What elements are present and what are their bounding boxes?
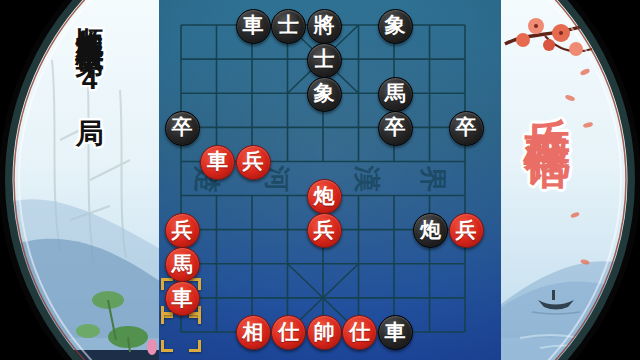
piece-glyph: 車 bbox=[385, 318, 406, 346]
piece-glyph: 卒 bbox=[172, 113, 193, 141]
scene: 楚 河 漢 界 車士將象士象馬卒卒卒車兵炮兵兵炮兵馬車相仕帥仕車 顺炮直車破横車… bbox=[0, 0, 640, 360]
piece-red-cannon[interactable]: 炮 bbox=[307, 179, 342, 214]
piece-glyph: 相 bbox=[243, 318, 264, 346]
piece-glyph: 士 bbox=[314, 45, 335, 73]
piece-glyph: 象 bbox=[314, 79, 335, 107]
piece-black-soldier[interactable]: 卒 bbox=[165, 111, 200, 146]
piece-black-horse[interactable]: 馬 bbox=[378, 77, 413, 112]
piece-black-elephant[interactable]: 象 bbox=[307, 77, 342, 112]
piece-black-soldier[interactable]: 卒 bbox=[449, 111, 484, 146]
piece-red-chariot[interactable]: 車 bbox=[200, 145, 235, 180]
piece-red-pawn[interactable]: 兵 bbox=[236, 145, 271, 180]
piece-glyph: 馬 bbox=[172, 250, 193, 278]
left-title: 顺炮直車破横車第04局 bbox=[70, 6, 108, 101]
piece-glyph: 帥 bbox=[314, 318, 335, 346]
piece-glyph: 車 bbox=[172, 284, 193, 312]
piece-glyph: 卒 bbox=[456, 113, 477, 141]
piece-glyph: 車 bbox=[207, 147, 228, 175]
piece-black-cannon[interactable]: 炮 bbox=[413, 213, 448, 248]
piece-glyph: 將 bbox=[314, 11, 335, 39]
piece-red-horse[interactable]: 馬 bbox=[165, 247, 200, 282]
piece-glyph: 炮 bbox=[314, 182, 335, 210]
piece-black-chariot[interactable]: 車 bbox=[378, 315, 413, 350]
piece-black-general[interactable]: 將 bbox=[307, 9, 342, 44]
piece-glyph: 馬 bbox=[385, 79, 406, 107]
piece-glyph: 士 bbox=[278, 11, 299, 39]
piece-red-pawn[interactable]: 兵 bbox=[307, 213, 342, 248]
piece-glyph: 炮 bbox=[420, 216, 441, 244]
piece-glyph: 車 bbox=[243, 11, 264, 39]
piece-glyph: 象 bbox=[385, 11, 406, 39]
piece-red-pawn[interactable]: 兵 bbox=[449, 213, 484, 248]
piece-red-general[interactable]: 帥 bbox=[307, 315, 342, 350]
piece-glyph: 兵 bbox=[456, 216, 477, 244]
piece-black-chariot[interactable]: 車 bbox=[236, 9, 271, 44]
piece-black-elephant[interactable]: 象 bbox=[378, 9, 413, 44]
piece-black-soldier[interactable]: 卒 bbox=[378, 111, 413, 146]
xiangqi-board[interactable]: 楚 河 漢 界 車士將象士象馬卒卒卒車兵炮兵兵炮兵馬車相仕帥仕車 bbox=[159, 0, 501, 360]
piece-glyph: 仕 bbox=[349, 318, 370, 346]
piece-red-chariot[interactable]: 車 bbox=[165, 281, 200, 316]
piece-black-advisor[interactable]: 士 bbox=[307, 43, 342, 78]
piece-glyph: 兵 bbox=[172, 216, 193, 244]
piece-glyph: 仕 bbox=[278, 318, 299, 346]
right-title: 反梅花谱 bbox=[517, 80, 579, 112]
river-text-char: 界 bbox=[416, 162, 450, 196]
river-text-char: 漢 bbox=[350, 162, 384, 196]
piece-glyph: 兵 bbox=[243, 147, 264, 175]
piece-red-elephant[interactable]: 相 bbox=[236, 315, 271, 350]
piece-glyph: 卒 bbox=[385, 113, 406, 141]
piece-red-pawn[interactable]: 兵 bbox=[165, 213, 200, 248]
piece-black-advisor[interactable]: 士 bbox=[271, 9, 306, 44]
piece-glyph: 兵 bbox=[314, 216, 335, 244]
